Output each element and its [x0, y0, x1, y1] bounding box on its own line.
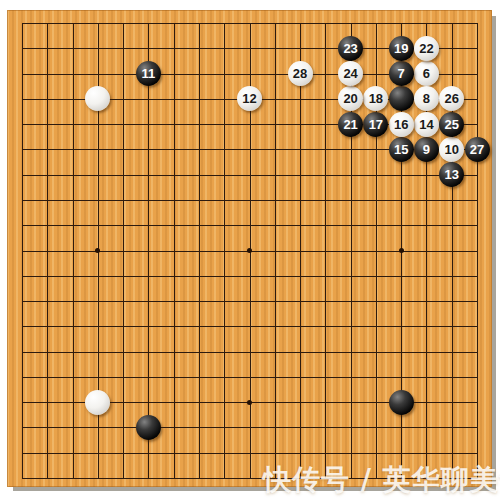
grid-line-vertical	[477, 23, 478, 479]
black-stone-21: 21	[338, 112, 363, 137]
black-stone-F3	[136, 415, 161, 440]
white-stone-D16	[85, 86, 110, 111]
board-grid: 6789101112131415161718192021222324252627…	[22, 23, 478, 479]
grid-line-horizontal	[22, 427, 478, 428]
black-stone-13: 13	[439, 162, 464, 187]
grid-line-horizontal	[22, 377, 478, 378]
white-stone-24: 24	[338, 61, 363, 86]
black-stone-7: 7	[389, 61, 414, 86]
black-stone-11: 11	[136, 61, 161, 86]
black-stone-Q4	[389, 390, 414, 415]
grid-line-vertical	[300, 23, 301, 479]
black-stone-9: 9	[414, 137, 439, 162]
white-stone-10: 10	[439, 137, 464, 162]
grid-line-horizontal	[22, 301, 478, 302]
white-stone-18: 18	[363, 86, 388, 111]
white-stone-22: 22	[414, 36, 439, 61]
watermark-text: 快传号 / 英华聊美食	[263, 461, 500, 499]
black-stone-17: 17	[363, 112, 388, 137]
star-point	[95, 248, 100, 253]
white-stone-16: 16	[389, 112, 414, 137]
black-stone-19: 19	[389, 36, 414, 61]
white-stone-6: 6	[414, 61, 439, 86]
white-stone-26: 26	[439, 86, 464, 111]
star-point	[399, 248, 404, 253]
white-stone-12: 12	[237, 86, 262, 111]
grid-line-horizontal	[22, 453, 478, 454]
black-stone-23: 23	[338, 36, 363, 61]
black-stone-25: 25	[439, 112, 464, 137]
white-stone-D4	[85, 390, 110, 415]
black-stone-Q16	[389, 86, 414, 111]
grid-line-horizontal	[22, 326, 478, 327]
grid-line-horizontal	[22, 276, 478, 277]
star-point	[247, 400, 252, 405]
white-stone-14: 14	[414, 112, 439, 137]
grid-line-vertical	[275, 23, 276, 479]
grid-line-vertical	[325, 23, 326, 479]
grid-line-horizontal	[22, 352, 478, 353]
page: 6789101112131415161718192021222324252627…	[0, 0, 500, 500]
white-stone-8: 8	[414, 86, 439, 111]
go-board: 6789101112131415161718192021222324252627…	[7, 10, 492, 487]
white-stone-20: 20	[338, 86, 363, 111]
star-point	[247, 248, 252, 253]
black-stone-15: 15	[389, 137, 414, 162]
black-stone-27: 27	[465, 137, 490, 162]
white-stone-28: 28	[288, 61, 313, 86]
